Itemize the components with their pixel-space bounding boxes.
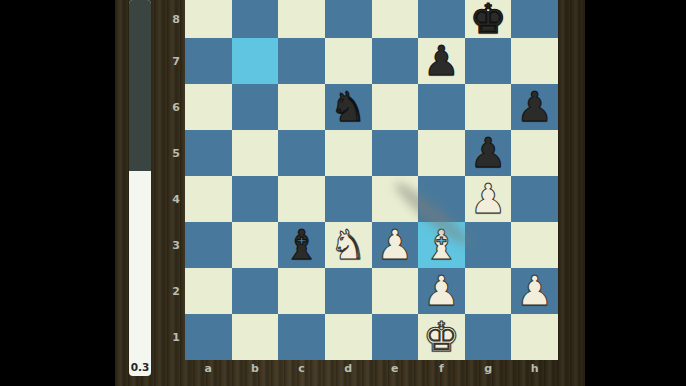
eval-score: 0.3 <box>129 361 151 373</box>
piece-black-bishop-c3[interactable]: ♝ <box>283 225 320 266</box>
square-f8[interactable] <box>418 0 465 38</box>
piece-black-king-g8[interactable]: ♚ <box>470 0 507 40</box>
square-h4[interactable] <box>511 176 558 222</box>
square-c6[interactable] <box>278 84 325 130</box>
square-h8[interactable] <box>511 0 558 38</box>
square-g1[interactable] <box>465 314 512 360</box>
square-a8[interactable] <box>185 0 232 38</box>
square-d1[interactable] <box>325 314 372 360</box>
piece-white-pawn-f2[interactable]: ♟ <box>423 271 460 312</box>
square-h7[interactable] <box>511 38 558 84</box>
square-a4[interactable] <box>185 176 232 222</box>
file-labels: abcdefgh <box>185 360 558 382</box>
rank-label-6: 6 <box>164 84 180 130</box>
file-label-h: h <box>511 360 558 382</box>
square-b2[interactable] <box>232 268 279 314</box>
square-g6[interactable] <box>465 84 512 130</box>
square-h5[interactable] <box>511 130 558 176</box>
letterbox-right <box>585 0 686 386</box>
square-a5[interactable] <box>185 130 232 176</box>
square-d6[interactable]: ♞ <box>325 84 372 130</box>
piece-black-pawn-f7[interactable]: ♟ <box>423 41 460 82</box>
file-label-b: b <box>232 360 279 382</box>
square-d5[interactable] <box>325 130 372 176</box>
square-e8[interactable] <box>372 0 419 38</box>
square-h2[interactable]: ♟ <box>511 268 558 314</box>
piece-white-pawn-g4[interactable]: ♟ <box>470 179 507 220</box>
eval-bar-black-section <box>129 0 151 171</box>
square-a1[interactable] <box>185 314 232 360</box>
letterbox-left <box>0 0 115 386</box>
square-d2[interactable] <box>325 268 372 314</box>
piece-white-king-f1[interactable]: ♚ <box>423 317 460 358</box>
square-d3[interactable]: ♞ <box>325 222 372 268</box>
square-f7[interactable]: ♟ <box>418 38 465 84</box>
square-g4[interactable]: ♟ <box>465 176 512 222</box>
square-b5[interactable] <box>232 130 279 176</box>
square-f5[interactable] <box>418 130 465 176</box>
square-b3[interactable] <box>232 222 279 268</box>
square-e6[interactable] <box>372 84 419 130</box>
rank-label-5: 5 <box>164 130 180 176</box>
file-label-g: g <box>465 360 512 382</box>
piece-white-knight-d3[interactable]: ♞ <box>330 225 367 266</box>
square-c7[interactable] <box>278 38 325 84</box>
piece-white-pawn-h2[interactable]: ♟ <box>516 271 553 312</box>
square-h1[interactable] <box>511 314 558 360</box>
square-a6[interactable] <box>185 84 232 130</box>
app-screen: { "game": "chess", "position": { "fen": … <box>0 0 686 386</box>
square-c4[interactable] <box>278 176 325 222</box>
square-b7[interactable] <box>232 38 279 84</box>
piece-black-pawn-g5[interactable]: ♟ <box>470 133 507 174</box>
file-label-e: e <box>372 360 419 382</box>
square-g2[interactable] <box>465 268 512 314</box>
square-c5[interactable] <box>278 130 325 176</box>
square-d8[interactable] <box>325 0 372 38</box>
file-label-a: a <box>185 360 232 382</box>
square-e1[interactable] <box>372 314 419 360</box>
square-b6[interactable] <box>232 84 279 130</box>
square-h3[interactable] <box>511 222 558 268</box>
square-e5[interactable] <box>372 130 419 176</box>
rank-label-8: 8 <box>164 0 180 38</box>
square-b8[interactable] <box>232 0 279 38</box>
square-a3[interactable] <box>185 222 232 268</box>
square-c1[interactable] <box>278 314 325 360</box>
square-e7[interactable] <box>372 38 419 84</box>
square-g7[interactable] <box>465 38 512 84</box>
square-b4[interactable] <box>232 176 279 222</box>
rank-label-7: 7 <box>164 38 180 84</box>
eval-bar: 0.3 <box>129 0 151 376</box>
square-e3[interactable]: ♟ <box>372 222 419 268</box>
file-label-f: f <box>418 360 465 382</box>
chess-board: ♚♟♞♟♟♟♝♞♟♝♟♟♚ <box>185 0 558 360</box>
square-c8[interactable] <box>278 0 325 38</box>
piece-white-pawn-e3[interactable]: ♟ <box>376 225 413 266</box>
rank-label-1: 1 <box>164 314 180 360</box>
square-g8[interactable]: ♚ <box>465 0 512 38</box>
file-label-d: d <box>325 360 372 382</box>
square-g3[interactable] <box>465 222 512 268</box>
square-g5[interactable]: ♟ <box>465 130 512 176</box>
rank-label-2: 2 <box>164 268 180 314</box>
square-f6[interactable] <box>418 84 465 130</box>
rank-label-4: 4 <box>164 176 180 222</box>
square-d4[interactable] <box>325 176 372 222</box>
piece-black-pawn-h6[interactable]: ♟ <box>516 87 553 128</box>
square-h6[interactable]: ♟ <box>511 84 558 130</box>
square-c3[interactable]: ♝ <box>278 222 325 268</box>
square-f2[interactable]: ♟ <box>418 268 465 314</box>
square-e2[interactable] <box>372 268 419 314</box>
square-b1[interactable] <box>232 314 279 360</box>
file-label-c: c <box>278 360 325 382</box>
piece-black-knight-d6[interactable]: ♞ <box>330 87 367 128</box>
square-c2[interactable] <box>278 268 325 314</box>
square-d7[interactable] <box>325 38 372 84</box>
square-a2[interactable] <box>185 268 232 314</box>
square-f1[interactable]: ♚ <box>418 314 465 360</box>
square-a7[interactable] <box>185 38 232 84</box>
rank-label-3: 3 <box>164 222 180 268</box>
